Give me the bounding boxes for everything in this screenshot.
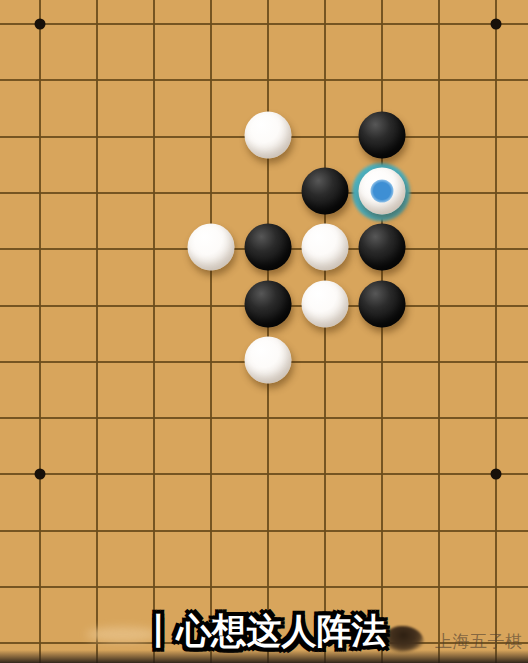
subtitle-text: 丨心想这人阵法 — [142, 608, 387, 655]
grid-line-horizontal — [0, 417, 528, 419]
stone-black — [301, 167, 348, 214]
star-point — [34, 469, 45, 480]
star-point — [34, 19, 45, 30]
star-point — [490, 19, 501, 30]
grid-line-horizontal — [0, 586, 528, 588]
grid-line-horizontal — [0, 473, 528, 475]
grid-line-vertical — [210, 0, 212, 663]
stone-black — [358, 224, 405, 271]
stone-black — [244, 280, 291, 327]
stone-white — [301, 224, 348, 271]
grid-line-vertical — [153, 0, 155, 663]
grid-line-vertical — [438, 0, 440, 663]
grid-line-vertical — [96, 0, 98, 663]
grid-line-horizontal — [0, 530, 528, 532]
stone-white — [244, 336, 291, 383]
grid-line-vertical — [39, 0, 41, 663]
stone-white — [187, 224, 234, 271]
grid-line-horizontal — [0, 23, 528, 25]
grid-line-vertical — [267, 0, 269, 663]
stone-black — [358, 111, 405, 158]
stone-black — [358, 280, 405, 327]
bottom-shade — [0, 650, 528, 663]
video-frame: 丨心想这人阵法 上海五子棋 — [0, 0, 528, 663]
grid-line-vertical — [324, 0, 326, 663]
stone-white — [244, 111, 291, 158]
grid-line-horizontal — [0, 79, 528, 81]
last-move-dot — [370, 179, 393, 202]
stone-black — [244, 224, 291, 271]
dark-smudge-decoration — [383, 626, 424, 652]
grid-line-horizontal — [0, 192, 528, 194]
star-point — [490, 469, 501, 480]
grid-line-vertical — [495, 0, 497, 663]
grid-line-vertical — [381, 0, 383, 663]
stone-white — [301, 280, 348, 327]
